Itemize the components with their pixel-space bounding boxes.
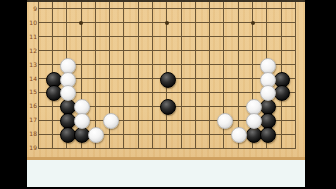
row-coordinate-label: 19 [24, 145, 37, 151]
black-stone [274, 85, 290, 101]
row-coordinate-label: 9 [24, 6, 37, 12]
grid-vline [181, 2, 182, 149]
white-stone [231, 127, 247, 143]
star-point [79, 21, 83, 25]
grid-hline [38, 8, 296, 9]
white-stone [217, 113, 233, 129]
grid-hline [38, 148, 296, 149]
white-stone [260, 85, 276, 101]
grid-vline [38, 2, 39, 149]
row-coordinate-label: 17 [24, 117, 37, 123]
grid-vline [152, 2, 153, 149]
row-coordinate-label: 15 [24, 89, 37, 95]
white-stone [103, 113, 119, 129]
grid-hline [38, 36, 296, 37]
white-stone [246, 113, 262, 129]
white-stone [88, 127, 104, 143]
row-coordinate-label: 14 [24, 76, 37, 82]
grid-vline [195, 2, 196, 149]
row-coordinate-label: 10 [24, 20, 37, 26]
white-stone [74, 113, 90, 129]
row-coordinate-label: 18 [24, 131, 37, 137]
black-stone [160, 72, 176, 88]
go-app-screenshot: 910111213141516171819 [0, 0, 336, 189]
grid-hline [38, 64, 296, 65]
go-board[interactable]: 910111213141516171819 [0, 0, 336, 189]
grid-hline [38, 92, 296, 93]
white-stone [60, 85, 76, 101]
row-coordinate-label: 16 [24, 103, 37, 109]
black-stone [260, 127, 276, 143]
grid-vline [209, 2, 210, 149]
grid-vline [295, 2, 296, 149]
row-coordinate-label: 13 [24, 62, 37, 68]
grid-vline [138, 2, 139, 149]
row-coordinate-label: 11 [24, 34, 37, 40]
grid-hline [38, 50, 296, 51]
star-point [251, 21, 255, 25]
grid-vline [123, 2, 124, 149]
black-stone [160, 99, 176, 115]
star-point [165, 21, 169, 25]
row-coordinate-label: 12 [24, 48, 37, 54]
